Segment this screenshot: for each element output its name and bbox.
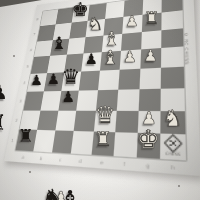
rank-label-4: 4: [23, 80, 26, 85]
square-g4: [139, 68, 161, 89]
square-g6: [141, 30, 162, 50]
square-e4: [98, 70, 119, 90]
square-d3: [77, 90, 99, 110]
square-d7: [86, 19, 105, 37]
rank-label-1: 1: [11, 137, 14, 143]
square-g2: [137, 110, 161, 133]
chess-board: abcdefgh87654321 © RC CHESS CHESS: [4, 0, 200, 176]
square-g3: [138, 88, 161, 110]
file-label-e: e: [100, 159, 103, 166]
file-label-a: a: [21, 154, 24, 160]
brand-logo-diamond-icon: [164, 134, 182, 152]
square-f6: [121, 32, 142, 51]
square-f1: [113, 132, 137, 157]
square-e1: [92, 132, 115, 156]
square-d5: [81, 52, 101, 71]
square-f4: [118, 69, 140, 90]
file-label-b: b: [39, 155, 43, 161]
square-h5: [161, 47, 184, 68]
square-h7: [162, 10, 183, 30]
file-label-d: d: [79, 157, 83, 164]
captured-white-pawn: ♟: [52, 189, 69, 200]
photo-frame: abcdefgh87654321 © RC CHESS CHESS ♚♞♟♜♝♝…: [0, 0, 200, 200]
captured-black-knight: ♞: [42, 186, 64, 200]
square-g5: [140, 48, 162, 69]
captured-black-pawn: ♟: [0, 82, 8, 102]
square-f3: [116, 89, 138, 110]
square-f2: [115, 110, 138, 133]
square-d6: [84, 35, 104, 54]
brand-logo-text: CHESS: [166, 151, 181, 157]
file-label-c: c: [59, 156, 62, 162]
rank-label-2: 2: [15, 117, 18, 122]
rank-label-6: 6: [30, 47, 33, 51]
board-copyright-text: © RC CHESS: [183, 32, 190, 65]
square-e6: [102, 33, 122, 52]
square-f7: [122, 15, 142, 34]
square-e5: [100, 51, 121, 71]
rank-label-3: 3: [19, 98, 22, 103]
captured-black-bishop: ♝: [58, 187, 82, 200]
square-h4: [161, 67, 184, 89]
square-h6: [161, 28, 183, 48]
square-h2: [161, 110, 186, 134]
square-d2: [74, 110, 96, 132]
square-g7: [141, 12, 161, 31]
square-d1: [71, 131, 94, 155]
captured-black-rook: ♜: [0, 112, 7, 134]
file-label-h: h: [171, 163, 175, 170]
square-e3: [96, 89, 118, 110]
square-d4: [79, 71, 100, 91]
brand-logo: CHESS: [160, 134, 186, 161]
square-e2: [94, 110, 117, 132]
rank-label-5: 5: [26, 63, 29, 68]
file-label-f: f: [123, 160, 125, 167]
square-f5: [119, 50, 140, 70]
square-h3: [161, 88, 185, 111]
rank-label-7: 7: [33, 32, 36, 36]
square-e7: [103, 17, 123, 35]
square-g1: [136, 133, 160, 159]
rank-label-8: 8: [36, 17, 39, 21]
file-label-g: g: [146, 161, 149, 168]
